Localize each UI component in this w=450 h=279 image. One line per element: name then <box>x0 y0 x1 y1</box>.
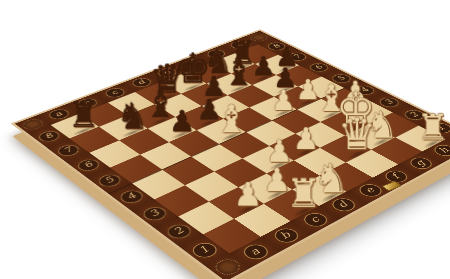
piece-white-bishop-d5[interactable]: ♝ <box>201 100 261 138</box>
scene: abcdefgh8♜♛♚♞♜87♞♝♟♝♟♟76♟♟♟65♝♟♟54♝♟43♟♟… <box>0 0 450 279</box>
product-photo: abcdefgh8♜♛♚♞♜87♞♝♟♝♟♟76♟♟♟65♝♟♟54♝♟43♟♟… <box>0 0 450 279</box>
rank-label-4: 4 <box>116 188 147 206</box>
square-a8[interactable]: ♜ <box>51 114 99 139</box>
piece-white-rook-c1[interactable]: ♜ <box>269 174 337 213</box>
square-b7[interactable]: ♞ <box>99 115 148 140</box>
piece-white-rook-h1[interactable]: ♜ <box>402 110 450 146</box>
chess-board: abcdefgh8♜♛♚♞♜87♞♝♟♝♟♟76♟♟♟65♝♟♟54♝♟43♟♟… <box>15 31 450 279</box>
board-grid: abcdefgh8♜♛♚♞♜87♞♝♟♝♟♟76♟♟♟65♝♟♟54♝♟43♟♟… <box>15 31 450 279</box>
piece-white-queen-f2[interactable]: ♛ <box>326 113 388 157</box>
